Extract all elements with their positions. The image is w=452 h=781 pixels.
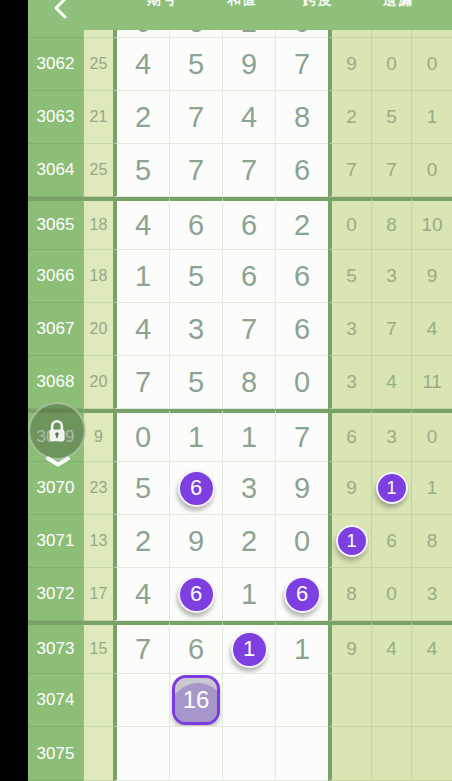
- cell-value: 9: [188, 525, 204, 558]
- cell-value: 3072: [37, 584, 75, 604]
- sum-cell: [83, 727, 113, 781]
- table-row: 3063212748251: [28, 91, 452, 144]
- stat-cell[interactable]: [372, 30, 412, 38]
- digit-cell[interactable]: 6: [170, 197, 223, 250]
- cell-value: 0: [386, 53, 397, 75]
- stat-cell[interactable]: 6: [372, 515, 412, 568]
- stat-cell[interactable]: 1: [372, 462, 412, 515]
- stat-cell[interactable]: 5: [372, 91, 412, 144]
- cell-value: 9: [241, 48, 257, 81]
- digit-cell[interactable]: 7: [113, 621, 170, 674]
- cell-value: 6: [241, 209, 257, 242]
- stat-cell[interactable]: 4: [372, 356, 412, 409]
- cell-value: 7: [346, 159, 357, 181]
- chevron-down-icon[interactable]: [45, 456, 71, 467]
- digit-cell[interactable]: [113, 674, 170, 727]
- cell-value: 4: [427, 318, 438, 340]
- digit-cell[interactable]: 4: [113, 568, 170, 621]
- digit-cell[interactable]: [276, 727, 328, 781]
- digit-cell[interactable]: 2: [113, 515, 170, 568]
- stat-cell[interactable]: 5: [328, 250, 372, 303]
- cell-value: 7: [241, 313, 257, 346]
- cell-value: 3066: [37, 266, 75, 286]
- stat-cell[interactable]: [372, 674, 412, 727]
- cell-value: 5: [135, 154, 151, 187]
- stat-cell[interactable]: 10: [412, 197, 452, 250]
- digit-cell[interactable]: 5: [170, 250, 223, 303]
- cell-value: 7: [135, 366, 151, 399]
- stat-cell[interactable]: 9: [328, 38, 372, 91]
- cell-value: 0: [386, 583, 397, 605]
- digit-cell[interactable]: 6: [276, 303, 328, 356]
- cell-value: 6: [386, 530, 397, 552]
- stat-cell[interactable]: 0: [328, 197, 372, 250]
- cell-value: 0: [427, 426, 438, 448]
- sum-cell: 20: [83, 303, 113, 356]
- digit-cell[interactable]: 6: [223, 197, 276, 250]
- stat-cell[interactable]: 8: [412, 515, 452, 568]
- cell-value: 3: [346, 371, 357, 393]
- table-row: 3062254597900: [28, 38, 452, 91]
- digit-cell[interactable]: [276, 674, 328, 727]
- cell-value: 5: [188, 48, 204, 81]
- stat-cell[interactable]: [372, 727, 412, 781]
- issue-cell: 3071: [28, 515, 83, 568]
- sum-cell: 13: [83, 515, 113, 568]
- cell-value: 0: [135, 421, 151, 454]
- digit-cell[interactable]: 1: [170, 409, 223, 462]
- cell-value: 0: [346, 214, 357, 236]
- cell-value: 8: [427, 530, 438, 552]
- cell-value: 7: [386, 159, 397, 181]
- issue-cell: 3064: [28, 144, 83, 197]
- cell-value: 7: [294, 421, 310, 454]
- table-row: 3066181566539: [28, 250, 452, 303]
- cell-value: 2: [346, 106, 357, 128]
- cell-value: 5: [188, 260, 204, 293]
- cell-value: 6: [294, 313, 310, 346]
- digit-cell[interactable]: 9: [170, 515, 223, 568]
- cell-value: 9: [346, 477, 357, 499]
- digit-cell[interactable]: [223, 727, 276, 781]
- sum-cell: 9: [83, 409, 113, 462]
- cell-value: 3062: [37, 54, 75, 74]
- digit-cell[interactable]: 1: [113, 250, 170, 303]
- digit-cell[interactable]: 1: [276, 621, 328, 674]
- cell-value: 1: [241, 578, 257, 611]
- cell-value: 5: [346, 265, 357, 287]
- back-icon[interactable]: [52, 0, 68, 19]
- stat-cell[interactable]: [328, 30, 372, 38]
- digit-cell[interactable]: 1: [223, 568, 276, 621]
- digit-cell[interactable]: 5: [113, 144, 170, 197]
- digit-cell[interactable]: 3: [223, 462, 276, 515]
- cell-value: 10: [421, 214, 442, 236]
- cell-value: 3068: [37, 372, 75, 392]
- cell-value: 4: [135, 578, 151, 611]
- trend-table: 0620306225459790030632127482513064255776…: [28, 30, 452, 781]
- cell-value: 4: [427, 638, 438, 660]
- stat-cell[interactable]: 8: [328, 568, 372, 621]
- cell-value: 6: [188, 30, 204, 37]
- digit-cell[interactable]: 6: [276, 144, 328, 197]
- issue-cell: 3062: [28, 38, 83, 91]
- digit-cell[interactable]: 5: [170, 356, 223, 409]
- top-nav-bar: 期号 和值 跨度 遗漏: [0, 0, 452, 30]
- stat-cell[interactable]: 9: [328, 621, 372, 674]
- cell-value: 6: [294, 154, 310, 187]
- table-row: 3071132920168: [28, 515, 452, 568]
- letterbox-strip: [0, 0, 28, 781]
- cell-value: 20: [90, 373, 108, 391]
- cell-value: 0: [294, 30, 310, 37]
- digit-cell[interactable]: 7: [170, 91, 223, 144]
- table-row: 30682075803411: [28, 356, 452, 409]
- cell-value: 9: [346, 638, 357, 660]
- stat-cell[interactable]: 0: [372, 38, 412, 91]
- cell-value: 5: [135, 472, 151, 505]
- cell-value: 0: [427, 159, 438, 181]
- cell-value: 3073: [37, 639, 75, 659]
- cell-value: 2: [241, 525, 257, 558]
- cell-value: 4: [386, 371, 397, 393]
- cell-value: 6: [188, 633, 204, 666]
- stat-cell[interactable]: 3: [372, 250, 412, 303]
- digit-cell[interactable]: 7: [276, 38, 328, 91]
- stat-cell[interactable]: [412, 30, 452, 38]
- cell-value: 7: [188, 101, 204, 134]
- cell-value: 3075: [37, 744, 75, 764]
- issue-cell: 3065: [28, 197, 83, 250]
- digit-cell[interactable]: [170, 727, 223, 781]
- digit-cell[interactable]: 6: [276, 568, 328, 621]
- stat-cell[interactable]: 1: [412, 462, 452, 515]
- cell-value: 11: [422, 371, 442, 393]
- issue-cell: 3063: [28, 91, 83, 144]
- tab-label-clipped-2[interactable]: 和值: [227, 0, 257, 9]
- digit-cell[interactable]: 7: [113, 356, 170, 409]
- cell-value: 15: [90, 640, 108, 658]
- tab-label-clipped-3[interactable]: 跨度: [303, 0, 333, 9]
- digit-cell[interactable]: 5: [170, 38, 223, 91]
- digit-cell[interactable]: 8: [276, 91, 328, 144]
- app-screen: 期号 和值 跨度 遗漏 0620306225459790030632127482…: [0, 0, 452, 781]
- cell-value: 3065: [37, 215, 75, 235]
- cell-value: 3: [386, 426, 397, 448]
- cell-value: 18: [90, 267, 108, 285]
- issue-cell: [28, 30, 83, 38]
- cell-value: 25: [90, 161, 108, 179]
- cell-value: 6: [346, 426, 357, 448]
- issue-cell: 3070: [28, 462, 83, 515]
- stat-cell[interactable]: 3: [328, 356, 372, 409]
- cell-value: 17: [90, 585, 108, 603]
- cell-value: 3064: [37, 160, 75, 180]
- stat-cell[interactable]: 8: [372, 197, 412, 250]
- cell-value: 4: [241, 101, 257, 134]
- sum-cell: 18: [83, 197, 113, 250]
- tab-label-clipped-1[interactable]: 期号: [147, 0, 177, 9]
- cell-value: 3071: [37, 531, 75, 551]
- selected-mark[interactable]: 6: [178, 470, 215, 507]
- digit-cell[interactable]: 2: [276, 197, 328, 250]
- digit-cell[interactable]: 6: [276, 250, 328, 303]
- table-row: 3072174616803: [28, 568, 452, 621]
- digit-cell[interactable]: 4: [113, 38, 170, 91]
- stat-cell[interactable]: 4: [372, 621, 412, 674]
- cell-value: 3074: [37, 690, 75, 710]
- digit-cell[interactable]: 0: [276, 515, 328, 568]
- stat-cell[interactable]: 3: [328, 303, 372, 356]
- cell-value: 4: [135, 209, 151, 242]
- digit-cell[interactable]: 0: [276, 356, 328, 409]
- issue-cell: 3072: [28, 568, 83, 621]
- digit-cell[interactable]: 6: [170, 568, 223, 621]
- stat-cell[interactable]: 0: [372, 568, 412, 621]
- digit-cell[interactable]: [113, 727, 170, 781]
- table-row: 3064255776770: [28, 144, 452, 197]
- cell-value: 4: [135, 313, 151, 346]
- cell-value: 3067: [37, 319, 75, 339]
- digit-cell[interactable]: 1: [223, 621, 276, 674]
- stat-cell[interactable]: 7: [372, 303, 412, 356]
- selected-mark[interactable]: 1: [336, 525, 368, 557]
- issue-cell: 3073: [28, 621, 83, 674]
- digit-cell-clipped[interactable]: 0: [113, 30, 170, 38]
- digit-cell-clipped[interactable]: 2: [223, 30, 276, 38]
- cell-value: 9: [346, 53, 357, 75]
- stat-cell[interactable]: [412, 674, 452, 727]
- selected-mark[interactable]: 1: [231, 631, 268, 668]
- stat-cell[interactable]: 3: [412, 568, 452, 621]
- cell-value: 1: [427, 106, 438, 128]
- cell-value: 5: [188, 366, 204, 399]
- digit-cell[interactable]: 4: [113, 303, 170, 356]
- digit-cell[interactable]: 9: [223, 38, 276, 91]
- digit-cell[interactable]: 8: [223, 356, 276, 409]
- cell-value: 7: [135, 633, 151, 666]
- stat-cell[interactable]: [328, 674, 372, 727]
- digit-cell[interactable]: 1: [223, 409, 276, 462]
- cell-value: 2: [135, 101, 151, 134]
- cell-value: 2: [135, 525, 151, 558]
- cell-value: 3: [346, 318, 357, 340]
- table-row: 3075: [28, 727, 452, 781]
- stat-cell[interactable]: 9: [412, 250, 452, 303]
- digit-cell[interactable]: 7: [223, 144, 276, 197]
- sum-cell: [83, 30, 113, 38]
- digit-cell[interactable]: 0: [113, 409, 170, 462]
- cell-value: 6: [294, 260, 310, 293]
- digit-cell[interactable]: 7: [170, 144, 223, 197]
- cell-value: 3: [188, 313, 204, 346]
- cell-value: 7: [188, 154, 204, 187]
- digit-cell[interactable]: 6: [223, 250, 276, 303]
- selected-mark[interactable]: 1: [376, 472, 408, 504]
- table-row: 3070235639911: [28, 462, 452, 515]
- cell-value: 4: [135, 48, 151, 81]
- cell-value: 4: [386, 638, 397, 660]
- cell-value: 0: [135, 30, 151, 37]
- cell-value: 25: [90, 55, 108, 73]
- cell-value: 2: [241, 30, 257, 37]
- lock-icon: [44, 418, 70, 444]
- cell-value: 7: [241, 154, 257, 187]
- selected-mark[interactable]: 6: [178, 576, 215, 613]
- cell-value: 1: [294, 633, 310, 666]
- cell-value: 5: [386, 106, 397, 128]
- stat-cell[interactable]: 7: [328, 144, 372, 197]
- table-row: 30651846620810: [28, 197, 452, 250]
- lock-button[interactable]: [28, 402, 86, 460]
- stat-cell[interactable]: 11: [412, 356, 452, 409]
- table-row: 306990117630: [28, 409, 452, 462]
- sum-cell: 21: [83, 91, 113, 144]
- digit-cell[interactable]: 4: [113, 197, 170, 250]
- tab-label-clipped-4[interactable]: 遗漏: [383, 0, 413, 9]
- issue-cell: 3075: [28, 727, 83, 781]
- cell-value: 9: [427, 265, 438, 287]
- digit-cell[interactable]: 16: [170, 674, 223, 727]
- cell-value: 18: [90, 216, 108, 234]
- cell-value: 8: [294, 101, 310, 134]
- digit-cell[interactable]: 6: [170, 621, 223, 674]
- stat-cell[interactable]: 9: [328, 462, 372, 515]
- cell-value: 3: [241, 472, 257, 505]
- cell-value: 13: [90, 532, 108, 550]
- cell-value: 8: [241, 366, 257, 399]
- table-row-partial: 0620: [28, 30, 452, 38]
- selected-mark[interactable]: 6: [284, 576, 321, 613]
- digit-cell[interactable]: 9: [276, 462, 328, 515]
- digit-cell[interactable]: 3: [170, 303, 223, 356]
- stat-cell[interactable]: 0: [412, 144, 452, 197]
- cell-value: 3: [386, 265, 397, 287]
- stat-cell[interactable]: 1: [328, 515, 372, 568]
- stat-cell[interactable]: 4: [412, 303, 452, 356]
- issue-cell: 3074: [28, 674, 83, 727]
- issue-cell: 3067: [28, 303, 83, 356]
- cell-value: 3: [427, 583, 438, 605]
- cell-value: 9: [294, 472, 310, 505]
- digit-cell[interactable]: [223, 674, 276, 727]
- cell-value: 2: [294, 209, 310, 242]
- stat-cell[interactable]: 3: [372, 409, 412, 462]
- issue-cell: 3066: [28, 250, 83, 303]
- cell-value: 3063: [37, 107, 75, 127]
- sum-cell: 18: [83, 250, 113, 303]
- stat-cell[interactable]: 1: [412, 91, 452, 144]
- digit-cell[interactable]: 7: [223, 303, 276, 356]
- cell-value: 9: [94, 428, 103, 446]
- sum-cell: 20: [83, 356, 113, 409]
- sum-cell: 15: [83, 621, 113, 674]
- stat-cell[interactable]: 2: [328, 91, 372, 144]
- cell-value: 1: [241, 421, 257, 454]
- digit-cell[interactable]: 4: [223, 91, 276, 144]
- cell-value: 0: [294, 366, 310, 399]
- stat-cell[interactable]: [328, 727, 372, 781]
- stat-cell[interactable]: 6: [328, 409, 372, 462]
- cell-value: 1: [188, 421, 204, 454]
- stat-cell[interactable]: [412, 727, 452, 781]
- cell-value: 1: [135, 260, 151, 293]
- stat-cell[interactable]: 4: [412, 621, 452, 674]
- cell-value: 6: [188, 209, 204, 242]
- cell-value: 21: [90, 108, 108, 126]
- table-row: 3073157611944: [28, 621, 452, 674]
- sum-cell: 25: [83, 144, 113, 197]
- digit-cell[interactable]: 2: [113, 91, 170, 144]
- cell-value: 20: [90, 320, 108, 338]
- cell-value: 7: [294, 48, 310, 81]
- table-row: 3067204376374: [28, 303, 452, 356]
- cell-value: 8: [386, 214, 397, 236]
- cell-value: 7: [386, 318, 397, 340]
- table-row: 307416: [28, 674, 452, 727]
- cell-value: 6: [241, 260, 257, 293]
- digit-cell[interactable]: 7: [276, 409, 328, 462]
- cell-value: 0: [294, 525, 310, 558]
- stat-cell[interactable]: 7: [372, 144, 412, 197]
- digit-cell-clipped[interactable]: 6: [170, 30, 223, 38]
- sum-cell: 25: [83, 38, 113, 91]
- digit-cell[interactable]: 6: [170, 462, 223, 515]
- stat-cell[interactable]: 0: [412, 38, 452, 91]
- cell-value: 8: [346, 583, 357, 605]
- digit-cell-clipped[interactable]: 0: [276, 30, 328, 38]
- cell-value: 1: [427, 477, 438, 499]
- input-key-badge[interactable]: 16: [172, 675, 220, 725]
- sum-cell: [83, 674, 113, 727]
- cell-value: 0: [427, 53, 438, 75]
- cell-value: 23: [90, 479, 108, 497]
- cell-value: 3070: [37, 478, 75, 498]
- sum-cell: 17: [83, 568, 113, 621]
- stat-cell[interactable]: 0: [412, 409, 452, 462]
- digit-cell[interactable]: 2: [223, 515, 276, 568]
- sum-cell: 23: [83, 462, 113, 515]
- digit-cell[interactable]: 5: [113, 462, 170, 515]
